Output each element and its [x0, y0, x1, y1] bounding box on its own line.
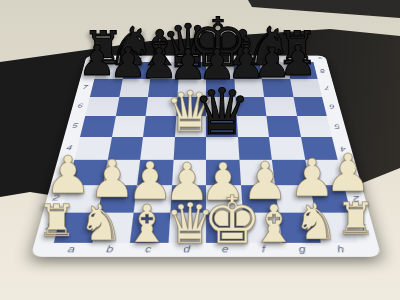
- square-g6[interactable]: [264, 97, 297, 116]
- square-b6[interactable]: [115, 97, 148, 116]
- piece-white-rook-a1[interactable]: ♜: [37, 199, 76, 243]
- square-g5[interactable]: [266, 116, 300, 137]
- piece-black-queen-e5[interactable]: ♛: [193, 80, 250, 144]
- piece-white-knight-b1[interactable]: ♞: [79, 198, 124, 248]
- square-h5[interactable]: [297, 116, 332, 137]
- piece-white-rook-h1[interactable]: ♜: [336, 197, 375, 241]
- trademark-symbol: ®: [318, 57, 323, 60]
- square-a6[interactable]: [85, 97, 119, 116]
- square-h6[interactable]: [293, 97, 327, 116]
- coord-label-right-7: 7: [319, 79, 335, 97]
- piece-white-king-e1[interactable]: ♚: [202, 188, 261, 254]
- square-a5[interactable]: [80, 116, 115, 137]
- piece-white-bishop-c1[interactable]: ♝: [124, 198, 171, 250]
- square-b5[interactable]: [112, 116, 146, 137]
- piece-white-knight-g1[interactable]: ♞: [294, 197, 339, 247]
